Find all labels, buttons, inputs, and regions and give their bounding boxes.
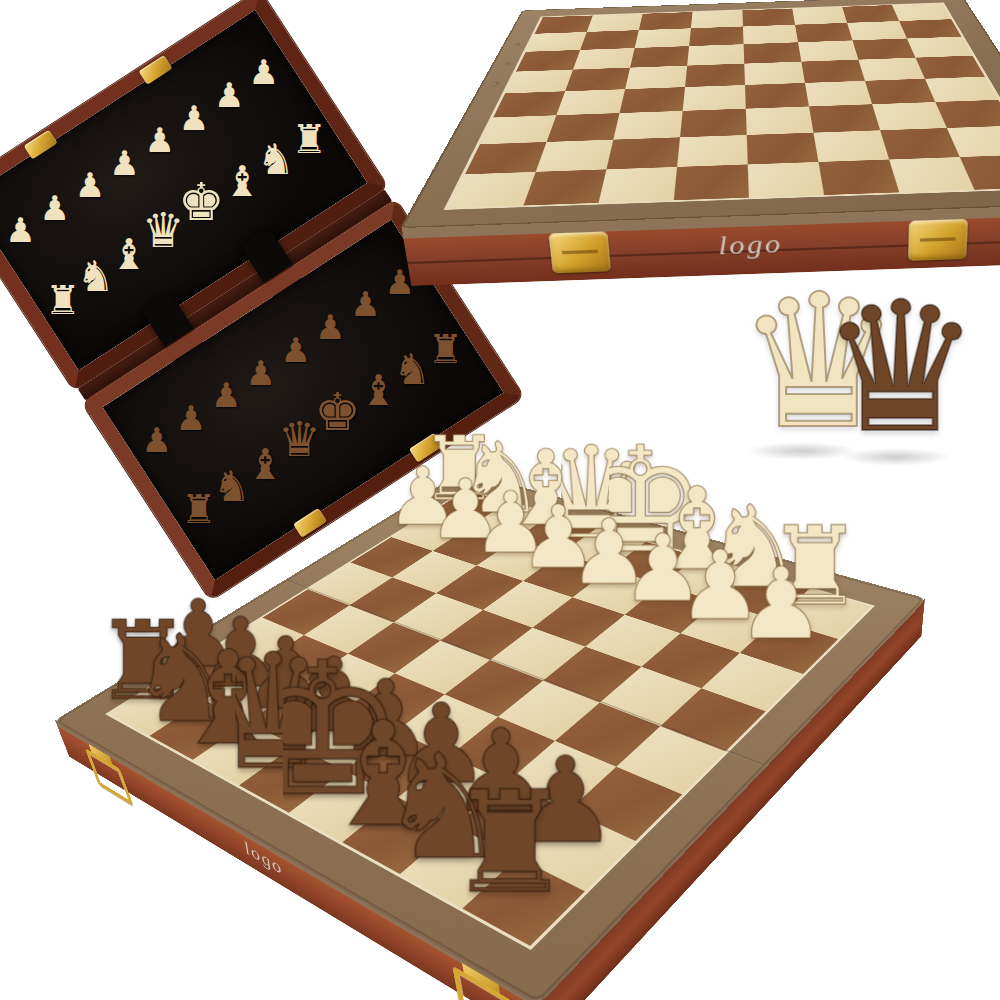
closed-board-square bbox=[683, 85, 746, 111]
rank-coordinate: 2 bbox=[483, 81, 508, 88]
closed-board-square bbox=[872, 102, 947, 130]
closed-board-square bbox=[639, 12, 693, 30]
closed-board-square bbox=[625, 66, 687, 90]
closed-board-square bbox=[505, 70, 573, 94]
piece-white-pawn: ♟ bbox=[746, 477, 817, 654]
closed-board-square bbox=[448, 172, 535, 208]
boxed-white-bishop: ♝ bbox=[223, 161, 261, 203]
closed-board-square bbox=[743, 25, 798, 45]
closed-board-square bbox=[842, 5, 899, 23]
closed-board-square bbox=[852, 38, 915, 59]
piece-black-rook: ♜ bbox=[466, 692, 554, 913]
closed-board-square bbox=[677, 135, 748, 167]
closed-board-top: 4 3 2 logo bbox=[400, 0, 1000, 228]
boxed-white-pawn: ♟ bbox=[109, 146, 139, 180]
boxed-white-knight: ♞ bbox=[257, 139, 295, 181]
closed-board-square bbox=[746, 106, 814, 135]
closed-board-square bbox=[748, 162, 824, 198]
boxed-white-knight: ♞ bbox=[76, 256, 114, 298]
closed-board-square bbox=[526, 32, 587, 52]
closed-board-square bbox=[523, 169, 606, 205]
closed-board-square bbox=[813, 130, 889, 162]
boxed-white-rook: ♜ bbox=[45, 279, 81, 319]
closed-board-square bbox=[795, 23, 852, 42]
closed-board-square bbox=[516, 50, 580, 72]
closed-board-square bbox=[613, 111, 682, 140]
closed-board-square bbox=[801, 60, 865, 83]
closed-board-square bbox=[858, 58, 924, 81]
closed-board-square bbox=[744, 62, 805, 85]
closed-board-square bbox=[580, 30, 639, 50]
closed-board-square bbox=[630, 46, 689, 68]
closed-board-square bbox=[925, 77, 999, 102]
main-chessboard: ♜♞♝♛♚♝♞♜♟♟♟♟♟♟♟♟♟♟♟♟♟♟♟♟♜♞♝♛♚♝♞♜ logo bbox=[53, 471, 927, 1000]
closed-board-square bbox=[635, 28, 691, 48]
closed-board-square bbox=[465, 142, 547, 174]
gold-handle-icon bbox=[452, 965, 519, 1000]
closed-board-square bbox=[493, 91, 565, 117]
closed-board-square bbox=[865, 79, 935, 105]
boxed-white-pawn: ♟ bbox=[214, 78, 244, 112]
closed-board-square bbox=[892, 3, 951, 21]
closed-board-square bbox=[915, 56, 984, 79]
boxed-white-pawn: ♟ bbox=[74, 168, 104, 202]
closed-board-square bbox=[620, 87, 686, 113]
closed-board-square bbox=[680, 109, 747, 138]
closed-board-square bbox=[907, 37, 973, 58]
closed-board-square bbox=[747, 133, 819, 165]
rank-coordinate: 3 bbox=[495, 60, 519, 67]
boxed-dark-pawn: ♟ bbox=[280, 333, 310, 367]
closed-board-square bbox=[587, 14, 643, 32]
boxed-dark-pawn: ♟ bbox=[350, 288, 380, 322]
gold-latch-icon bbox=[549, 232, 612, 274]
logo-engraving: logo bbox=[241, 835, 286, 880]
closed-board-square bbox=[480, 115, 556, 144]
product-photo-canvas: ♟♟♟♟♟♟♟♟ ♜♞♝♛♚♝♞♜ ♟♟♟♟♟♟♟♟ ♜♞♝♛♚♝♞♜ 4 3 … bbox=[0, 0, 1000, 1000]
closed-board-square bbox=[745, 83, 809, 109]
closed-board-square bbox=[880, 128, 960, 160]
closed-board-square bbox=[687, 44, 744, 65]
closed-board-square bbox=[818, 160, 899, 196]
closed-board-square bbox=[573, 48, 635, 70]
closed-board-square bbox=[742, 9, 795, 27]
dark-queen-sample: ♛ bbox=[820, 278, 981, 458]
closed-board-square bbox=[744, 42, 802, 63]
main-board-scene: ♜♞♝♛♚♝♞♜♟♟♟♟♟♟♟♟♟♟♟♟♟♟♟♟♜♞♝♛♚♝♞♜ logo bbox=[138, 308, 843, 1000]
closed-board-grid bbox=[448, 3, 1000, 208]
boxed-dark-pawn: ♟ bbox=[315, 310, 345, 344]
boxed-white-rook: ♜ bbox=[291, 120, 327, 160]
closed-board-square bbox=[547, 113, 620, 142]
closed-board-square bbox=[606, 137, 680, 169]
piece-layer: ♜♞♝♛♚♝♞♜♟♟♟♟♟♟♟♟♟♟♟♟♟♟♟♟♜♞♝♛♚♝♞♜ bbox=[109, 490, 871, 946]
closed-board-square bbox=[565, 68, 630, 92]
closed-board-square bbox=[536, 140, 614, 172]
closed-board-square bbox=[805, 81, 872, 107]
closed-board-square bbox=[847, 21, 907, 40]
gold-latch-icon bbox=[908, 219, 968, 261]
closed-board-square bbox=[691, 10, 743, 28]
closed-board-square bbox=[599, 167, 677, 203]
boxed-white-pawn: ♟ bbox=[40, 191, 70, 225]
closed-board-square bbox=[899, 19, 961, 38]
boxed-white-pawn: ♟ bbox=[144, 123, 174, 157]
closed-board-square bbox=[685, 64, 745, 87]
rank-coordinate: 4 bbox=[506, 41, 528, 47]
closed-board-square bbox=[689, 26, 743, 46]
boxed-white-pawn: ♟ bbox=[5, 214, 35, 248]
closed-board-square bbox=[556, 89, 625, 115]
closed-board-square bbox=[935, 100, 1000, 128]
gold-handle-icon bbox=[85, 748, 134, 807]
closed-board-square bbox=[809, 104, 880, 132]
closed-board-square bbox=[792, 7, 847, 25]
boxed-white-pawn: ♟ bbox=[179, 101, 209, 135]
closed-board-square bbox=[798, 40, 858, 61]
closed-board-square bbox=[674, 164, 749, 200]
boxed-white-king: ♚ bbox=[178, 176, 225, 228]
boxed-white-pawn: ♟ bbox=[248, 55, 278, 89]
